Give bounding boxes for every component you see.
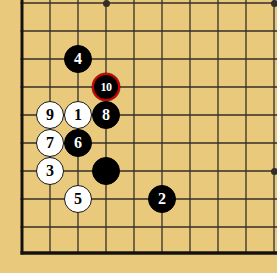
stone-white-3: 3 — [36, 157, 64, 185]
move-number: 8 — [102, 107, 110, 123]
move-number: 5 — [74, 191, 82, 207]
board-grid[interactable]: 12345678910 — [8, 0, 277, 269]
move-number: 6 — [74, 135, 82, 151]
move-number: 9 — [46, 107, 54, 123]
star-point — [103, 0, 110, 7]
stone-white-9: 9 — [36, 101, 64, 129]
stone-black-8: 8 — [92, 101, 120, 129]
move-number: 7 — [46, 135, 54, 151]
stone-white-7: 7 — [36, 129, 64, 157]
stone-black-6: 6 — [64, 129, 92, 157]
star-point — [271, 168, 278, 175]
stone-black-2: 2 — [148, 185, 176, 213]
stone-white-1: 1 — [64, 101, 92, 129]
move-number: 2 — [158, 191, 166, 207]
stone-black-4: 4 — [64, 45, 92, 73]
stone-black-10: 10 — [92, 73, 120, 101]
stone-white-5: 5 — [64, 185, 92, 213]
move-number: 3 — [46, 163, 54, 179]
move-number: 10 — [101, 81, 112, 93]
go-board-diagram: 12345678910 — [0, 0, 277, 273]
move-number: 4 — [74, 51, 82, 67]
star-point — [271, 0, 278, 7]
move-number: 1 — [74, 107, 82, 123]
stone-black-D4 — [92, 157, 120, 185]
